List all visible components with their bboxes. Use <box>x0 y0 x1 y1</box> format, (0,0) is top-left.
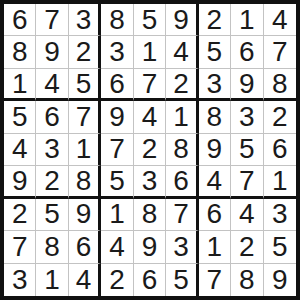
cell-r6c3[interactable]: 8 <box>69 166 101 198</box>
cell-r3c9[interactable]: 8 <box>264 69 296 101</box>
cell-r3c6[interactable]: 2 <box>166 69 198 101</box>
cell-r9c2[interactable]: 1 <box>36 264 68 296</box>
cell-r3c3[interactable]: 5 <box>69 69 101 101</box>
cell-r5c6[interactable]: 8 <box>166 134 198 166</box>
cell-r5c5[interactable]: 2 <box>134 134 166 166</box>
cell-r1c3[interactable]: 3 <box>69 4 101 36</box>
cell-r4c4[interactable]: 9 <box>101 101 133 133</box>
cell-r6c1[interactable]: 9 <box>4 166 36 198</box>
cell-r1c1[interactable]: 6 <box>4 4 36 36</box>
cell-r9c5[interactable]: 6 <box>134 264 166 296</box>
cell-r2c2[interactable]: 9 <box>36 36 68 68</box>
cell-r7c3[interactable]: 9 <box>69 199 101 231</box>
cell-r7c6[interactable]: 7 <box>166 199 198 231</box>
cell-r6c5[interactable]: 3 <box>134 166 166 198</box>
cell-r7c8[interactable]: 4 <box>231 199 263 231</box>
cell-r6c7[interactable]: 4 <box>199 166 231 198</box>
cell-r6c8[interactable]: 7 <box>231 166 263 198</box>
cell-r3c2[interactable]: 4 <box>36 69 68 101</box>
cell-r5c9[interactable]: 6 <box>264 134 296 166</box>
cell-r3c8[interactable]: 9 <box>231 69 263 101</box>
sudoku-board: 6738592148923145671456723985679418324317… <box>0 0 300 300</box>
cell-r7c4[interactable]: 1 <box>101 199 133 231</box>
cell-r8c3[interactable]: 6 <box>69 231 101 263</box>
cell-r9c4[interactable]: 2 <box>101 264 133 296</box>
cell-r4c5[interactable]: 4 <box>134 101 166 133</box>
cell-r9c3[interactable]: 4 <box>69 264 101 296</box>
cell-r1c9[interactable]: 4 <box>264 4 296 36</box>
cell-r4c2[interactable]: 6 <box>36 101 68 133</box>
cell-r5c3[interactable]: 1 <box>69 134 101 166</box>
cell-r8c9[interactable]: 5 <box>264 231 296 263</box>
cell-r4c1[interactable]: 5 <box>4 101 36 133</box>
cell-r1c7[interactable]: 2 <box>199 4 231 36</box>
cell-r3c7[interactable]: 3 <box>199 69 231 101</box>
cell-r8c4[interactable]: 4 <box>101 231 133 263</box>
cell-r6c4[interactable]: 5 <box>101 166 133 198</box>
cell-r1c8[interactable]: 1 <box>231 4 263 36</box>
cell-r4c8[interactable]: 3 <box>231 101 263 133</box>
cell-r2c1[interactable]: 8 <box>4 36 36 68</box>
cell-r8c2[interactable]: 8 <box>36 231 68 263</box>
cell-r2c3[interactable]: 2 <box>69 36 101 68</box>
cell-r4c7[interactable]: 8 <box>199 101 231 133</box>
cell-r4c6[interactable]: 1 <box>166 101 198 133</box>
cell-r2c7[interactable]: 5 <box>199 36 231 68</box>
cell-r8c7[interactable]: 1 <box>199 231 231 263</box>
cell-r1c6[interactable]: 9 <box>166 4 198 36</box>
cell-r7c9[interactable]: 3 <box>264 199 296 231</box>
cell-r5c8[interactable]: 5 <box>231 134 263 166</box>
cell-r8c6[interactable]: 3 <box>166 231 198 263</box>
cell-r9c1[interactable]: 3 <box>4 264 36 296</box>
cell-r8c8[interactable]: 2 <box>231 231 263 263</box>
cell-r6c6[interactable]: 6 <box>166 166 198 198</box>
cell-r3c1[interactable]: 1 <box>4 69 36 101</box>
cell-r1c4[interactable]: 8 <box>101 4 133 36</box>
cell-r9c8[interactable]: 8 <box>231 264 263 296</box>
cell-r6c9[interactable]: 1 <box>264 166 296 198</box>
cell-r5c1[interactable]: 4 <box>4 134 36 166</box>
cell-r3c5[interactable]: 7 <box>134 69 166 101</box>
cell-r5c2[interactable]: 3 <box>36 134 68 166</box>
cell-r9c6[interactable]: 5 <box>166 264 198 296</box>
cell-r2c4[interactable]: 3 <box>101 36 133 68</box>
cell-r8c1[interactable]: 7 <box>4 231 36 263</box>
cell-r5c4[interactable]: 7 <box>101 134 133 166</box>
cell-r3c4[interactable]: 6 <box>101 69 133 101</box>
cell-r2c6[interactable]: 4 <box>166 36 198 68</box>
cell-r7c2[interactable]: 5 <box>36 199 68 231</box>
cell-r7c5[interactable]: 8 <box>134 199 166 231</box>
cell-r9c9[interactable]: 9 <box>264 264 296 296</box>
cell-r2c5[interactable]: 1 <box>134 36 166 68</box>
cell-r1c2[interactable]: 7 <box>36 4 68 36</box>
cell-r9c7[interactable]: 7 <box>199 264 231 296</box>
cell-r7c1[interactable]: 2 <box>4 199 36 231</box>
cell-r8c5[interactable]: 9 <box>134 231 166 263</box>
cell-r4c3[interactable]: 7 <box>69 101 101 133</box>
cell-r4c9[interactable]: 2 <box>264 101 296 133</box>
cell-r2c8[interactable]: 6 <box>231 36 263 68</box>
cell-r1c5[interactable]: 5 <box>134 4 166 36</box>
cell-r7c7[interactable]: 6 <box>199 199 231 231</box>
cell-r5c7[interactable]: 9 <box>199 134 231 166</box>
cell-r2c9[interactable]: 7 <box>264 36 296 68</box>
cell-r6c2[interactable]: 2 <box>36 166 68 198</box>
